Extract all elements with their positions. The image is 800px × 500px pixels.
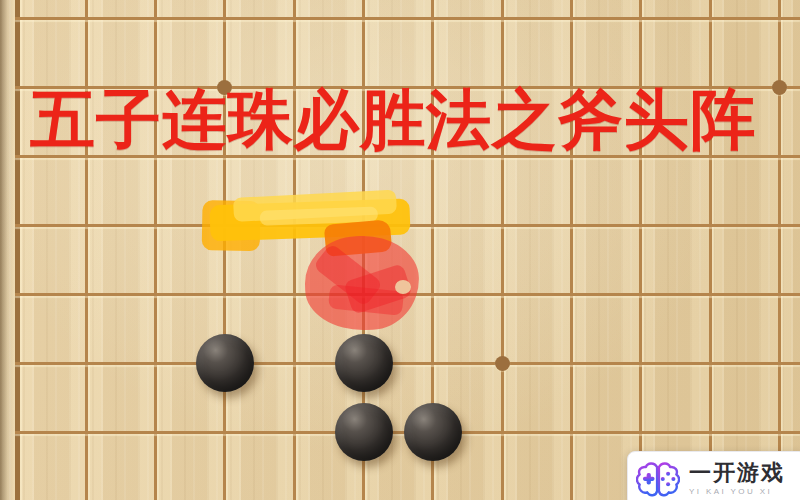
grid-line-vertical <box>15 0 20 500</box>
star-point <box>495 356 510 371</box>
grid-line-vertical <box>778 0 781 500</box>
grid-line-vertical <box>570 0 573 500</box>
axe-head-gap <box>395 280 411 294</box>
board-left-edge-shadow <box>0 0 14 500</box>
brain-gamepad-icon <box>636 459 680 499</box>
black-stone <box>335 334 393 392</box>
grid-line-horizontal <box>15 362 800 365</box>
watermark-name: 一开游戏 <box>689 462 785 484</box>
black-stone <box>404 403 462 461</box>
page-title: 五子连珠必胜法之斧头阵 <box>30 86 776 154</box>
grid-line-horizontal <box>15 17 800 20</box>
watermark-logo: 一开游戏 YI KAI YOU XI <box>627 451 800 500</box>
grid-line-vertical <box>709 0 712 500</box>
grid-line-vertical <box>85 0 88 500</box>
grid-line-vertical <box>154 0 157 500</box>
black-stone <box>335 403 393 461</box>
grid-line-vertical <box>639 0 642 500</box>
watermark-subtitle: YI KAI YOU XI <box>689 487 785 496</box>
axe-head-marker <box>303 220 425 334</box>
black-stone <box>196 334 254 392</box>
board-surface[interactable]: 五子连珠必胜法之斧头阵 <box>0 0 800 500</box>
grid-line-vertical <box>501 0 504 500</box>
